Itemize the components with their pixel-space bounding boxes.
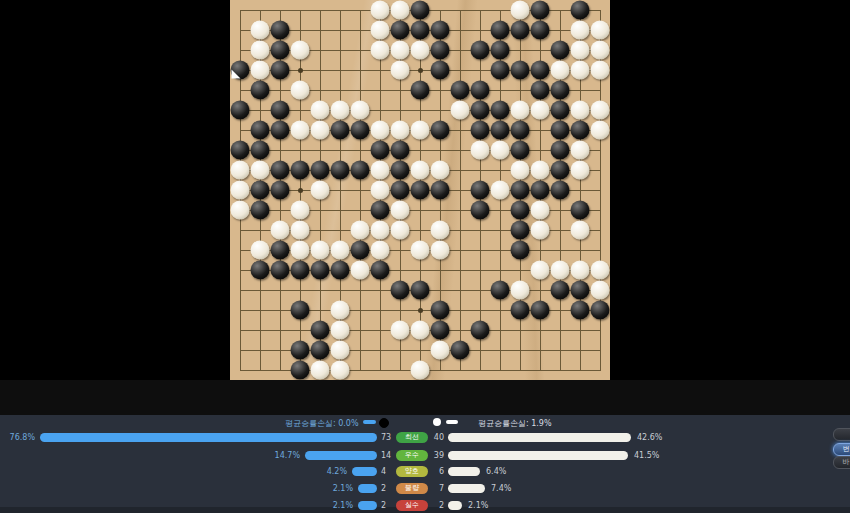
- black-stone: [451, 81, 470, 100]
- black-stone: [471, 181, 490, 200]
- black-stone: [391, 161, 410, 180]
- black-count-label: 2: [381, 484, 386, 493]
- white-stone: [391, 221, 410, 240]
- black-stone: [551, 41, 570, 60]
- black-pct-label: 2.1%: [313, 484, 353, 493]
- black-stone: [571, 1, 590, 20]
- black-stone: [351, 161, 370, 180]
- black-stone: [471, 101, 490, 120]
- black-stone: [551, 161, 570, 180]
- white-stone: [451, 101, 470, 120]
- white-stone: [291, 121, 310, 140]
- toolbar: 자동 검토시작 형세판단 ? |◀◀◀◀▶▶▶▶|: [0, 380, 850, 415]
- black-stone: [551, 81, 570, 100]
- black-stone: [531, 301, 550, 320]
- white-stone: [571, 61, 590, 80]
- white-stone: [291, 81, 310, 100]
- white-winrate-loss-header: 평균승률손실: 1.9%: [478, 418, 552, 429]
- black-stone: [231, 101, 250, 120]
- white-quality-bar: [448, 451, 628, 460]
- black-stone: [511, 121, 530, 140]
- white-bar-legend-icon: [446, 420, 458, 424]
- black-stone: [271, 41, 290, 60]
- black-stone: [431, 181, 450, 200]
- grid-line: [460, 10, 461, 371]
- white-stone: [411, 321, 430, 340]
- black-stone: [291, 261, 310, 280]
- black-count-label: 4: [381, 467, 386, 476]
- white-stone: [391, 41, 410, 60]
- white-pct-label: 6.4%: [486, 467, 506, 476]
- black-pct-label: 76.8%: [0, 433, 35, 442]
- black-stone: [271, 21, 290, 40]
- black-stone: [431, 301, 450, 320]
- black-stone: [371, 261, 390, 280]
- white-stone: [251, 21, 270, 40]
- black-quality-bar: [305, 451, 377, 460]
- black-stone: [471, 201, 490, 220]
- white-stone: [251, 41, 270, 60]
- black-stone: [251, 141, 270, 160]
- white-quality-bar: [448, 433, 631, 442]
- white-stone: [371, 221, 390, 240]
- black-stone: [431, 41, 450, 60]
- white-count-label: 6: [430, 467, 444, 476]
- white-pct-label: 41.5%: [634, 451, 659, 460]
- black-stone: [511, 301, 530, 320]
- white-stone: [571, 221, 590, 240]
- black-count-label: 2: [381, 501, 386, 510]
- black-stone: [511, 61, 530, 80]
- go-board[interactable]: [230, 0, 610, 380]
- white-stone: [511, 101, 530, 120]
- black-stone: [451, 341, 470, 360]
- black-stone: [511, 201, 530, 220]
- black-pct-label: 4.2%: [307, 467, 347, 476]
- white-stone: [411, 121, 430, 140]
- white-pct-label: 42.6%: [637, 433, 662, 442]
- black-stone: [531, 61, 550, 80]
- black-stone: [431, 61, 450, 80]
- black-stone: [511, 181, 530, 200]
- black-pct-label: 14.7%: [260, 451, 300, 460]
- white-quality-bar: [448, 467, 480, 476]
- black-stone: [411, 181, 430, 200]
- star-point: [418, 308, 423, 313]
- white-pct-label: 7.4%: [491, 484, 511, 493]
- board-background: [0, 0, 850, 380]
- side-panel-button-1[interactable]: [833, 428, 850, 441]
- move-quality-category-button[interactable]: 불량: [396, 483, 428, 494]
- white-count-label: 39: [430, 451, 444, 460]
- white-stone: [251, 61, 270, 80]
- white-stone: [331, 301, 350, 320]
- white-stone: [431, 241, 450, 260]
- white-stone: [311, 101, 330, 120]
- black-stone: [591, 301, 610, 320]
- blue-bar-legend-icon: [363, 420, 376, 424]
- black-stone: [371, 141, 390, 160]
- white-stone: [311, 121, 330, 140]
- black-stone: [331, 161, 350, 180]
- black-stone: [431, 21, 450, 40]
- white-stone: [511, 281, 530, 300]
- move-quality-category-button[interactable]: 최선: [396, 432, 428, 443]
- black-stone: [571, 301, 590, 320]
- white-count-label: 40: [430, 433, 444, 442]
- black-stone: [411, 21, 430, 40]
- white-quality-bar: [448, 484, 485, 493]
- black-stone: [371, 201, 390, 220]
- black-stone: [311, 341, 330, 360]
- black-stone: [291, 341, 310, 360]
- white-stone: [571, 161, 590, 180]
- star-point: [298, 188, 303, 193]
- white-stone: [371, 1, 390, 20]
- white-stone: [591, 121, 610, 140]
- black-stone: [491, 281, 510, 300]
- white-stone: [251, 161, 270, 180]
- white-stone: [571, 141, 590, 160]
- white-stone: [391, 321, 410, 340]
- white-stone: [511, 161, 530, 180]
- black-stone: [291, 301, 310, 320]
- white-stone: [491, 181, 510, 200]
- move-quality-category-button[interactable]: 우수: [396, 450, 428, 461]
- black-winrate-loss-header: 평균승률손실: 0.0%: [285, 418, 359, 429]
- white-stone: [411, 41, 430, 60]
- black-stone: [391, 21, 410, 40]
- white-stone: [371, 161, 390, 180]
- white-stone: [231, 181, 250, 200]
- white-stone: [331, 321, 350, 340]
- black-count-label: 73: [381, 433, 391, 442]
- white-stone-legend-icon: [433, 418, 441, 426]
- black-stone: [251, 261, 270, 280]
- black-pct-label: 2.1%: [313, 501, 353, 510]
- white-stone: [371, 41, 390, 60]
- black-stone: [271, 261, 290, 280]
- white-stone: [391, 61, 410, 80]
- white-stone: [331, 361, 350, 380]
- white-stone: [591, 61, 610, 80]
- black-stone: [271, 181, 290, 200]
- move-quality-category-button[interactable]: 실수: [396, 500, 428, 511]
- black-stone: [531, 81, 550, 100]
- black-stone: [511, 241, 530, 260]
- black-stone: [331, 121, 350, 140]
- white-stone: [571, 21, 590, 40]
- black-stone: [251, 121, 270, 140]
- white-stone: [391, 201, 410, 220]
- black-stone: [491, 21, 510, 40]
- white-stone: [371, 121, 390, 140]
- white-stone: [551, 61, 570, 80]
- side-panel-button-2[interactable]: 변: [833, 443, 850, 456]
- black-quality-bar: [40, 433, 377, 442]
- black-stone: [531, 21, 550, 40]
- last-move-marker-icon: [232, 70, 241, 79]
- black-stone: [491, 61, 510, 80]
- white-stone: [331, 341, 350, 360]
- black-stone: [271, 241, 290, 260]
- black-stone: [271, 121, 290, 140]
- white-stone: [291, 201, 310, 220]
- white-stone: [291, 41, 310, 60]
- white-stone: [371, 181, 390, 200]
- white-stone: [531, 261, 550, 280]
- white-stone: [591, 281, 610, 300]
- black-stone: [251, 81, 270, 100]
- black-stone: [571, 201, 590, 220]
- black-stone: [551, 281, 570, 300]
- black-stone: [551, 121, 570, 140]
- black-stone: [551, 181, 570, 200]
- black-stone: [331, 261, 350, 280]
- white-stone: [391, 1, 410, 20]
- black-stone: [511, 141, 530, 160]
- white-stone: [591, 21, 610, 40]
- black-stone: [251, 181, 270, 200]
- white-quality-bar: [448, 501, 462, 510]
- white-stone: [591, 261, 610, 280]
- white-stone: [371, 241, 390, 260]
- white-stone: [491, 141, 510, 160]
- black-quality-bar: [358, 501, 377, 510]
- black-stone: [411, 281, 430, 300]
- black-stone: [291, 161, 310, 180]
- black-stone: [391, 141, 410, 160]
- white-stone: [571, 261, 590, 280]
- white-stone: [431, 221, 450, 240]
- black-quality-bar: [358, 484, 377, 493]
- black-stone: [391, 181, 410, 200]
- white-stone: [591, 41, 610, 60]
- black-stone: [311, 321, 330, 340]
- black-stone: [471, 81, 490, 100]
- black-stone: [491, 121, 510, 140]
- black-stone: [271, 61, 290, 80]
- black-stone: [431, 121, 450, 140]
- black-stone: [351, 121, 370, 140]
- white-stone: [431, 161, 450, 180]
- white-stone: [531, 201, 550, 220]
- black-stone: [411, 81, 430, 100]
- side-panel-button-3[interactable]: 바: [833, 456, 850, 469]
- white-stone: [471, 141, 490, 160]
- black-stone: [311, 161, 330, 180]
- black-quality-bar: [352, 467, 377, 476]
- black-stone: [271, 161, 290, 180]
- black-stone: [411, 1, 430, 20]
- white-count-label: 7: [430, 484, 444, 493]
- black-stone: [531, 1, 550, 20]
- white-stone: [331, 241, 350, 260]
- black-stone: [571, 281, 590, 300]
- white-stone: [411, 361, 430, 380]
- black-stone: [551, 101, 570, 120]
- black-stone: [471, 121, 490, 140]
- white-stone: [291, 241, 310, 260]
- black-stone: [431, 321, 450, 340]
- white-stone: [571, 41, 590, 60]
- white-pct-label: 2.1%: [468, 501, 488, 510]
- black-count-label: 14: [381, 451, 391, 460]
- white-stone: [271, 221, 290, 240]
- black-stone: [491, 101, 510, 120]
- white-stone: [511, 1, 530, 20]
- white-stone: [591, 101, 610, 120]
- white-stone: [251, 241, 270, 260]
- black-stone: [551, 141, 570, 160]
- white-stone: [311, 361, 330, 380]
- black-stone: [271, 101, 290, 120]
- black-stone: [531, 181, 550, 200]
- white-stone: [391, 121, 410, 140]
- black-stone: [231, 141, 250, 160]
- black-stone: [391, 281, 410, 300]
- white-count-label: 2: [430, 501, 444, 510]
- white-stone: [411, 161, 430, 180]
- black-stone: [351, 241, 370, 260]
- black-stone: [291, 361, 310, 380]
- white-stone: [351, 101, 370, 120]
- ai-stats-panel: [0, 415, 850, 513]
- black-stone: [571, 121, 590, 140]
- white-stone: [311, 181, 330, 200]
- white-stone: [231, 201, 250, 220]
- star-point: [418, 68, 423, 73]
- white-stone: [431, 341, 450, 360]
- black-stone-legend-icon: [379, 418, 389, 428]
- white-stone: [531, 161, 550, 180]
- white-stone: [551, 261, 570, 280]
- white-stone: [531, 221, 550, 240]
- black-stone: [471, 321, 490, 340]
- white-stone: [351, 261, 370, 280]
- black-stone: [511, 21, 530, 40]
- black-stone: [511, 221, 530, 240]
- white-stone: [411, 241, 430, 260]
- star-point: [298, 68, 303, 73]
- black-stone: [311, 261, 330, 280]
- white-stone: [571, 101, 590, 120]
- white-stone: [291, 221, 310, 240]
- black-stone: [491, 41, 510, 60]
- last-move-black-stone: [231, 61, 250, 80]
- black-stone: [471, 41, 490, 60]
- white-stone: [311, 241, 330, 260]
- white-stone: [531, 101, 550, 120]
- move-quality-category-button[interactable]: 양호: [396, 466, 428, 477]
- white-stone: [231, 161, 250, 180]
- white-stone: [331, 101, 350, 120]
- black-stone: [251, 201, 270, 220]
- white-stone: [371, 21, 390, 40]
- white-stone: [351, 221, 370, 240]
